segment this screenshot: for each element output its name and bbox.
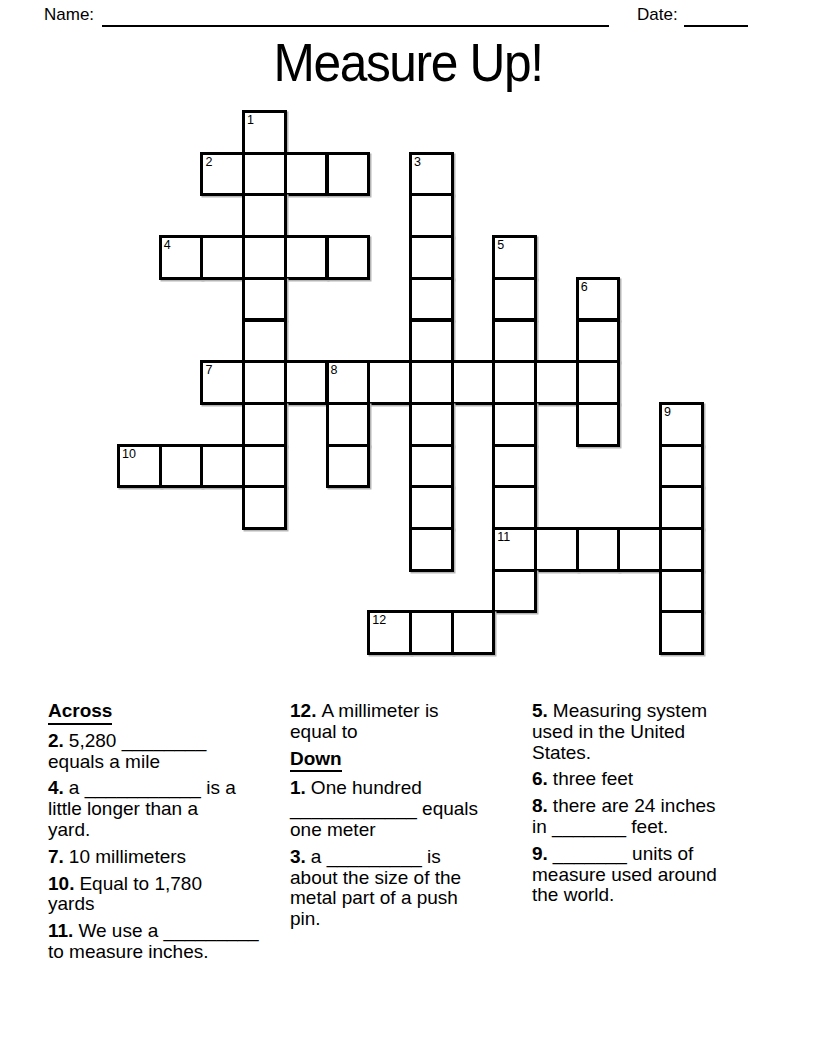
grid-cell-r11c9[interactable] (492, 569, 537, 614)
grid-cell-r9c13[interactable] (659, 485, 704, 530)
clue-down-5: 5.Measuring system used in the United St… (532, 701, 770, 763)
grid-cell-r5c3[interactable] (242, 319, 287, 364)
grid-cell-r6c6[interactable] (367, 360, 412, 405)
grid-cell-r6c2[interactable]: 7 (200, 360, 245, 405)
grid-cell-r7c13[interactable]: 9 (659, 402, 704, 447)
grid-cell-r6c11[interactable] (576, 360, 621, 405)
clue-number: 9 (664, 405, 671, 419)
grid-cell-r10c10[interactable] (534, 527, 579, 572)
grid-cell-r3c4[interactable] (284, 235, 329, 280)
clue-column-across: Across 2.5,280 ________ equals a mile 4.… (48, 701, 286, 969)
grid-cell-r0c3[interactable]: 1 (242, 110, 287, 155)
clue-across-11: 11.We use a _________ to measure inches. (48, 921, 286, 963)
clue-across-4: 4.a ___________ is a little longer than … (48, 778, 286, 840)
grid-cell-r12c8[interactable] (451, 610, 496, 655)
clue-text: One hundred ____________ equals one mete… (290, 777, 478, 840)
grid-cell-r10c9[interactable]: 11 (492, 527, 537, 572)
grid-cell-r10c13[interactable] (659, 527, 704, 572)
grid-cell-r6c7[interactable] (409, 360, 454, 405)
clue-number-label: 8. (532, 795, 548, 816)
clue-down-6: 6.three feet (532, 769, 770, 790)
grid-cell-r6c8[interactable] (451, 360, 496, 405)
grid-cell-r5c7[interactable] (409, 319, 454, 364)
clue-text: there are 24 inches in _______ feet. (532, 795, 716, 837)
clue-number-label: 6. (532, 768, 548, 789)
grid-cell-r8c5[interactable] (326, 444, 371, 489)
grid-cell-r9c3[interactable] (242, 485, 287, 530)
clue-column-middle: 12.A millimeter is equal to Down 1.One h… (290, 701, 528, 936)
grid-cell-r6c3[interactable] (242, 360, 287, 405)
clue-number: 12 (372, 613, 386, 627)
grid-cell-r3c9[interactable]: 5 (492, 235, 537, 280)
clue-number-label: 12. (290, 700, 316, 721)
page-title: Measure Up! (33, 31, 784, 93)
grid-cell-r6c10[interactable] (534, 360, 579, 405)
grid-cell-r8c9[interactable] (492, 444, 537, 489)
grid-cell-r11c13[interactable] (659, 569, 704, 614)
grid-cell-r4c9[interactable] (492, 277, 537, 322)
grid-cell-r12c7[interactable] (409, 610, 454, 655)
clue-column-down: 5.Measuring system used in the United St… (532, 701, 770, 912)
clue-down-3: 3.a _________ is about the size of the m… (290, 847, 528, 930)
grid-cell-r6c9[interactable] (492, 360, 537, 405)
clue-number-label: 3. (290, 846, 306, 867)
clue-text: 5,280 ________ equals a mile (48, 730, 206, 772)
grid-cell-r8c7[interactable] (409, 444, 454, 489)
down-heading: Down (290, 749, 528, 773)
grid-cell-r7c7[interactable] (409, 402, 454, 447)
clue-text: Measuring system used in the United Stat… (532, 700, 707, 763)
grid-cell-r8c13[interactable] (659, 444, 704, 489)
grid-cell-r8c3[interactable] (242, 444, 287, 489)
grid-cell-r9c9[interactable] (492, 485, 537, 530)
grid-cell-r9c7[interactable] (409, 485, 454, 530)
clue-number-label: 9. (532, 843, 548, 864)
clue-number-label: 5. (532, 700, 548, 721)
clue-text: _______ units of measure used around the… (532, 843, 717, 906)
clue-number: 1 (247, 113, 254, 127)
date-fill-line[interactable] (684, 5, 748, 27)
grid-cell-r10c12[interactable] (617, 527, 662, 572)
clue-down-9: 9._______ units of measure used around t… (532, 844, 770, 906)
grid-cell-r3c2[interactable] (200, 235, 245, 280)
date-label: Date: (637, 5, 678, 25)
grid-cell-r1c5[interactable] (326, 152, 371, 197)
grid-cell-r1c7[interactable]: 3 (409, 152, 454, 197)
grid-cell-r1c3[interactable] (242, 152, 287, 197)
clue-across-7: 7.10 millimeters (48, 847, 286, 868)
grid-cell-r6c5[interactable]: 8 (326, 360, 371, 405)
grid-cell-r3c7[interactable] (409, 235, 454, 280)
clue-number-label: 1. (290, 777, 306, 798)
clue-number: 10 (122, 447, 136, 461)
clue-number-label: 10. (48, 873, 74, 894)
grid-cell-r8c1[interactable] (159, 444, 204, 489)
clue-number: 8 (331, 363, 338, 377)
grid-cell-r4c7[interactable] (409, 277, 454, 322)
clue-number-label: 11. (48, 920, 73, 941)
name-fill-line[interactable] (102, 5, 609, 27)
grid-cell-r7c9[interactable] (492, 402, 537, 447)
grid-cell-r5c9[interactable] (492, 319, 537, 364)
grid-cell-r12c6[interactable]: 12 (367, 610, 412, 655)
grid-cell-r3c3[interactable] (242, 235, 287, 280)
clue-number-label: 4. (48, 777, 64, 798)
grid-cell-r7c3[interactable] (242, 402, 287, 447)
clue-number: 7 (205, 363, 212, 377)
clue-across-10: 10.Equal to 1,780 yards (48, 874, 286, 916)
grid-cell-r3c5[interactable] (326, 235, 371, 280)
grid-cell-r6c4[interactable] (284, 360, 329, 405)
grid-cell-r3c1[interactable]: 4 (159, 235, 204, 280)
clue-text: three feet (553, 768, 633, 789)
crossword-grid: 123456789101112 (117, 110, 703, 655)
grid-cell-r8c2[interactable] (200, 444, 245, 489)
clue-number: 5 (497, 238, 504, 252)
grid-cell-r1c4[interactable] (284, 152, 329, 197)
grid-cell-r12c13[interactable] (659, 610, 704, 655)
clue-number: 4 (164, 238, 171, 252)
grid-cell-r7c5[interactable] (326, 402, 371, 447)
grid-cell-r7c11[interactable] (576, 402, 621, 447)
clue-text: 10 millimeters (69, 846, 186, 867)
clue-number: 11 (497, 530, 510, 544)
grid-cell-r1c2[interactable]: 2 (200, 152, 245, 197)
clue-text: We use a _________ to measure inches. (48, 920, 259, 962)
clue-down-8: 8.there are 24 inches in _______ feet. (532, 796, 770, 838)
clue-number: 6 (581, 280, 588, 294)
grid-cell-r4c3[interactable] (242, 277, 287, 322)
clue-number-label: 2. (48, 730, 64, 751)
grid-cell-r10c11[interactable] (576, 527, 621, 572)
clue-down-1: 1.One hundred ____________ equals one me… (290, 778, 528, 840)
grid-cell-r2c7[interactable] (409, 193, 454, 238)
clue-text: a _________ is about the size of the met… (290, 846, 461, 929)
grid-cell-r5c11[interactable] (576, 319, 621, 364)
grid-cell-r2c3[interactable] (242, 193, 287, 238)
across-heading: Across (48, 701, 286, 725)
clue-text: a ___________ is a little longer than a … (48, 777, 236, 840)
grid-cell-r10c7[interactable] (409, 527, 454, 572)
clue-across-12: 12.A millimeter is equal to (290, 701, 528, 743)
clue-across-2: 2.5,280 ________ equals a mile (48, 731, 286, 773)
clue-number-label: 7. (48, 846, 64, 867)
name-label: Name: (44, 5, 94, 25)
clue-number: 2 (205, 155, 212, 169)
grid-cell-r4c11[interactable]: 6 (576, 277, 621, 322)
clue-number: 3 (414, 155, 421, 169)
grid-cell-r8c0[interactable]: 10 (117, 444, 162, 489)
